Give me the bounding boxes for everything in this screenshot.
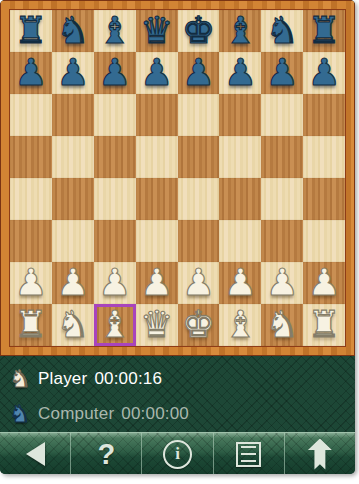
white-pawn: ♟ — [182, 264, 215, 301]
board-frame: ♜♞♝♛♚♝♞♜♟♟♟♟♟♟♟♟♟♟♟♟♟♟♟♟♜♞♝♛♚♝♞♜ — [0, 0, 355, 356]
black-bishop: ♝ — [224, 12, 257, 49]
square-a7[interactable]: ♟ — [10, 52, 52, 94]
square-f3[interactable] — [219, 220, 261, 262]
info-circle-icon: i — [163, 440, 192, 469]
black-pawn: ♟ — [140, 54, 173, 91]
bottom-toolbar: ? i — [0, 432, 355, 474]
black-pawn: ♟ — [56, 54, 89, 91]
square-a1[interactable]: ♜ — [10, 304, 52, 346]
square-h7[interactable]: ♟ — [303, 52, 345, 94]
white-pawn: ♟ — [307, 264, 340, 301]
square-h4[interactable] — [303, 178, 345, 220]
move-list-button[interactable] — [213, 433, 284, 474]
white-bishop: ♝ — [98, 306, 131, 343]
chess-app-window: ♜♞♝♛♚♝♞♜♟♟♟♟♟♟♟♟♟♟♟♟♟♟♟♟♜♞♝♛♚♝♞♜ ♞ Playe… — [0, 0, 355, 474]
promote-button[interactable] — [284, 433, 355, 474]
square-g3[interactable] — [261, 220, 303, 262]
square-a4[interactable] — [10, 178, 52, 220]
white-pawn: ♟ — [224, 264, 257, 301]
square-e3[interactable] — [178, 220, 220, 262]
square-f5[interactable] — [219, 136, 261, 178]
white-queen: ♛ — [140, 306, 173, 343]
square-c5[interactable] — [94, 136, 136, 178]
chess-board: ♜♞♝♛♚♝♞♜♟♟♟♟♟♟♟♟♟♟♟♟♟♟♟♟♜♞♝♛♚♝♞♜ — [9, 9, 346, 347]
back-arrow-icon — [26, 442, 45, 466]
square-g4[interactable] — [261, 178, 303, 220]
player-time: 00:00:16 — [94, 369, 162, 389]
square-d1[interactable]: ♛ — [136, 304, 178, 346]
square-e7[interactable]: ♟ — [178, 52, 220, 94]
square-c8[interactable]: ♝ — [94, 10, 136, 52]
black-pawn: ♟ — [14, 54, 47, 91]
white-pawn: ♟ — [14, 264, 47, 301]
square-b1[interactable]: ♞ — [52, 304, 94, 346]
square-d2[interactable]: ♟ — [136, 262, 178, 304]
square-a8[interactable]: ♜ — [10, 10, 52, 52]
computer-clock-row: ♞ Computer 00:00:00 — [6, 398, 355, 430]
square-b4[interactable] — [52, 178, 94, 220]
black-pawn: ♟ — [182, 54, 215, 91]
white-pawn: ♟ — [266, 264, 299, 301]
square-a5[interactable] — [10, 136, 52, 178]
white-pawn: ♟ — [140, 264, 173, 301]
white-rook: ♜ — [307, 306, 340, 343]
black-knight: ♞ — [56, 12, 89, 49]
square-d8[interactable]: ♛ — [136, 10, 178, 52]
square-h1[interactable]: ♜ — [303, 304, 345, 346]
square-e1[interactable]: ♚ — [178, 304, 220, 346]
square-a3[interactable] — [10, 220, 52, 262]
square-e5[interactable] — [178, 136, 220, 178]
help-button[interactable]: ? — [70, 433, 141, 474]
square-f4[interactable] — [219, 178, 261, 220]
square-e4[interactable] — [178, 178, 220, 220]
square-a6[interactable] — [10, 94, 52, 136]
square-c6[interactable] — [94, 94, 136, 136]
square-d5[interactable] — [136, 136, 178, 178]
square-b8[interactable]: ♞ — [52, 10, 94, 52]
square-f1[interactable]: ♝ — [219, 304, 261, 346]
black-pawn: ♟ — [98, 54, 131, 91]
black-rook: ♜ — [307, 12, 340, 49]
white-pawn: ♟ — [56, 264, 89, 301]
square-f6[interactable] — [219, 94, 261, 136]
square-b7[interactable]: ♟ — [52, 52, 94, 94]
square-c7[interactable]: ♟ — [94, 52, 136, 94]
black-bishop: ♝ — [98, 12, 131, 49]
black-pawn: ♟ — [307, 54, 340, 91]
square-f8[interactable]: ♝ — [219, 10, 261, 52]
square-b2[interactable]: ♟ — [52, 262, 94, 304]
square-g1[interactable]: ♞ — [261, 304, 303, 346]
white-pawn: ♟ — [98, 264, 131, 301]
square-g2[interactable]: ♟ — [261, 262, 303, 304]
square-h3[interactable] — [303, 220, 345, 262]
square-c1[interactable]: ♝ — [94, 304, 136, 346]
square-c4[interactable] — [94, 178, 136, 220]
up-arrow-icon — [307, 439, 333, 470]
black-knight: ♞ — [266, 12, 299, 49]
square-d6[interactable] — [136, 94, 178, 136]
black-pawn: ♟ — [224, 54, 257, 91]
black-rook: ♜ — [14, 12, 47, 49]
white-knight-icon: ♞ — [6, 367, 34, 391]
square-b6[interactable] — [52, 94, 94, 136]
square-g8[interactable]: ♞ — [261, 10, 303, 52]
square-f7[interactable]: ♟ — [219, 52, 261, 94]
square-h2[interactable]: ♟ — [303, 262, 345, 304]
black-queen: ♛ — [140, 12, 173, 49]
square-g6[interactable] — [261, 94, 303, 136]
white-rook: ♜ — [14, 306, 47, 343]
info-button[interactable]: i — [141, 433, 212, 474]
square-e8[interactable]: ♚ — [178, 10, 220, 52]
square-h6[interactable] — [303, 94, 345, 136]
square-d7[interactable]: ♟ — [136, 52, 178, 94]
white-bishop: ♝ — [224, 306, 257, 343]
white-knight: ♞ — [266, 306, 299, 343]
square-c3[interactable] — [94, 220, 136, 262]
square-f2[interactable]: ♟ — [219, 262, 261, 304]
computer-time: 00:00:00 — [121, 404, 189, 424]
move-list-icon — [236, 442, 261, 467]
square-a2[interactable]: ♟ — [10, 262, 52, 304]
back-button[interactable] — [0, 433, 70, 474]
square-c2[interactable]: ♟ — [94, 262, 136, 304]
player-label: Player — [38, 369, 87, 389]
white-knight: ♞ — [56, 306, 89, 343]
blue-knight-icon: ♞ — [6, 402, 34, 426]
question-mark-icon: ? — [97, 440, 115, 469]
square-b5[interactable] — [52, 136, 94, 178]
square-g5[interactable] — [261, 136, 303, 178]
white-king: ♚ — [182, 306, 215, 343]
square-d4[interactable] — [136, 178, 178, 220]
black-pawn: ♟ — [266, 54, 299, 91]
computer-label: Computer — [38, 404, 114, 424]
square-e6[interactable] — [178, 94, 220, 136]
square-d3[interactable] — [136, 220, 178, 262]
square-e2[interactable]: ♟ — [178, 262, 220, 304]
clock-panel: ♞ Player 00:00:16 ♞ Computer 00:00:00 — [0, 356, 355, 432]
square-h5[interactable] — [303, 136, 345, 178]
player-clock-row: ♞ Player 00:00:16 — [6, 363, 355, 395]
square-g7[interactable]: ♟ — [261, 52, 303, 94]
black-king: ♚ — [182, 12, 215, 49]
square-h8[interactable]: ♜ — [303, 10, 345, 52]
square-b3[interactable] — [52, 220, 94, 262]
